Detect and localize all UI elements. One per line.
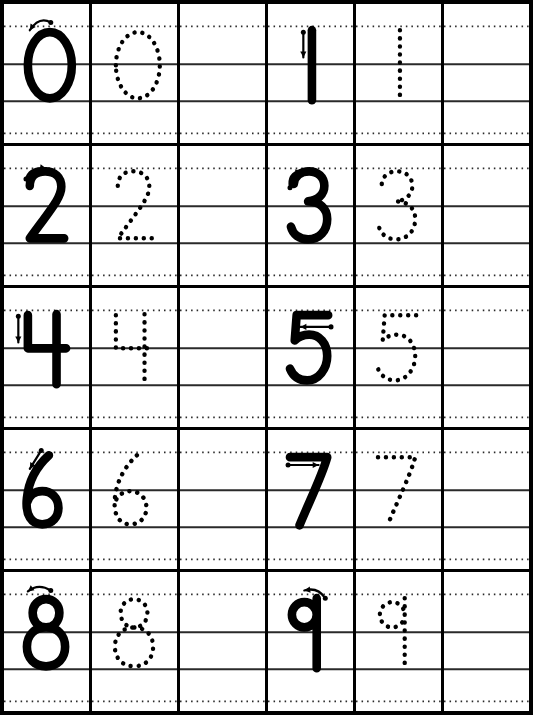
practice-cell-r4c6	[444, 430, 529, 569]
practice-cell-r3c6	[444, 288, 529, 427]
cell-canvas	[180, 572, 265, 711]
digit-7-solid-glyph	[290, 457, 327, 525]
handwriting-guide-lines	[268, 168, 353, 275]
digit-2-solid-glyph	[30, 171, 64, 238]
cell-canvas	[444, 288, 529, 427]
handwriting-guide-lines	[180, 26, 265, 133]
cell-canvas	[356, 572, 441, 711]
cell-canvas	[180, 288, 265, 427]
handwriting-guide-lines	[356, 168, 441, 275]
cell-canvas	[444, 4, 529, 143]
cell-canvas	[268, 430, 353, 569]
cell-canvas	[92, 288, 177, 427]
digit-9-solid-glyph	[292, 598, 317, 668]
trace-cell-6-dotted	[92, 430, 177, 569]
cell-canvas	[92, 430, 177, 569]
stroke-direction-arrow-icon	[28, 585, 53, 593]
trace-cell-7-dotted	[356, 430, 441, 569]
handwriting-guide-lines	[180, 452, 265, 559]
cell-canvas	[180, 430, 265, 569]
digit-2-dotted-glyph	[118, 171, 152, 238]
stroke-direction-arrow-icon	[300, 30, 306, 58]
handwriting-guide-lines	[268, 594, 353, 701]
digit-9-dotted-glyph	[380, 598, 405, 668]
stroke-direction-arrow-icon	[300, 324, 333, 330]
handwriting-guide-lines	[444, 452, 529, 559]
handwriting-guide-lines	[356, 310, 441, 417]
stroke-direction-arrow-icon	[286, 462, 319, 468]
trace-cell-9-dotted	[356, 572, 441, 711]
handwriting-guide-lines	[92, 310, 177, 417]
handwriting-guide-lines	[4, 452, 89, 559]
practice-cell-r2c3	[180, 146, 265, 285]
digit-0-dotted-glyph	[116, 32, 160, 98]
trace-cell-5-solid	[268, 288, 353, 427]
handwriting-guide-lines	[4, 594, 89, 701]
digit-4-solid-glyph	[28, 314, 66, 384]
practice-cell-r5c3	[180, 572, 265, 711]
handwriting-guide-lines	[92, 26, 177, 133]
practice-cell-r5c6	[444, 572, 529, 711]
cell-canvas	[444, 572, 529, 711]
digit-3-dotted-glyph	[379, 171, 415, 239]
trace-cell-0-solid	[4, 4, 89, 143]
trace-cell-2-dotted	[92, 146, 177, 285]
tracing-worksheet-grid	[0, 0, 533, 715]
handwriting-guide-lines	[4, 26, 89, 133]
cell-canvas	[268, 288, 353, 427]
practice-cell-r1c3	[180, 4, 265, 143]
handwriting-guide-lines	[444, 310, 529, 417]
trace-cell-5-dotted	[356, 288, 441, 427]
handwriting-guide-lines	[180, 168, 265, 275]
digit-0-solid-glyph	[28, 32, 72, 98]
trace-cell-4-solid	[4, 288, 89, 427]
trace-cell-3-solid	[268, 146, 353, 285]
cell-canvas	[92, 146, 177, 285]
practice-cell-r3c3	[180, 288, 265, 427]
cell-canvas	[180, 146, 265, 285]
cell-canvas	[444, 430, 529, 569]
cell-canvas	[268, 572, 353, 711]
practice-cell-r4c3	[180, 430, 265, 569]
trace-cell-8-dotted	[92, 572, 177, 711]
trace-cell-4-dotted	[92, 288, 177, 427]
handwriting-guide-lines	[444, 26, 529, 133]
trace-cell-8-solid	[4, 572, 89, 711]
handwriting-guide-lines	[92, 594, 177, 701]
cell-canvas	[4, 430, 89, 569]
practice-cell-r2c6	[444, 146, 529, 285]
cell-canvas	[4, 288, 89, 427]
trace-cell-1-solid	[268, 4, 353, 143]
digit-4-dotted-glyph	[116, 314, 154, 384]
cell-canvas	[4, 4, 89, 143]
cell-canvas	[92, 4, 177, 143]
cell-canvas	[4, 572, 89, 711]
handwriting-guide-lines	[444, 594, 529, 701]
digit-7-dotted-glyph	[378, 457, 415, 525]
handwriting-guide-lines	[180, 594, 265, 701]
cell-canvas	[356, 146, 441, 285]
handwriting-guide-lines	[4, 310, 89, 417]
cell-canvas	[4, 146, 89, 285]
trace-cell-7-solid	[268, 430, 353, 569]
cell-canvas	[268, 4, 353, 143]
cell-canvas	[356, 288, 441, 427]
cell-canvas	[444, 146, 529, 285]
handwriting-guide-lines	[180, 310, 265, 417]
cell-canvas	[92, 572, 177, 711]
cell-canvas	[356, 4, 441, 143]
handwriting-guide-lines	[92, 452, 177, 559]
trace-cell-6-solid	[4, 430, 89, 569]
trace-cell-3-dotted	[356, 146, 441, 285]
cell-canvas	[356, 430, 441, 569]
trace-cell-0-dotted	[92, 4, 177, 143]
stroke-direction-arrow-icon	[15, 314, 21, 343]
cell-canvas	[180, 4, 265, 143]
handwriting-guide-lines	[356, 452, 441, 559]
trace-cell-2-solid	[4, 146, 89, 285]
digit-3-solid-glyph	[291, 171, 327, 239]
handwriting-guide-lines	[444, 168, 529, 275]
cell-canvas	[268, 146, 353, 285]
handwriting-guide-lines	[92, 168, 177, 275]
trace-cell-9-solid	[268, 572, 353, 711]
trace-cell-1-dotted	[356, 4, 441, 143]
handwriting-guide-lines	[356, 594, 441, 701]
practice-cell-r1c6	[444, 4, 529, 143]
